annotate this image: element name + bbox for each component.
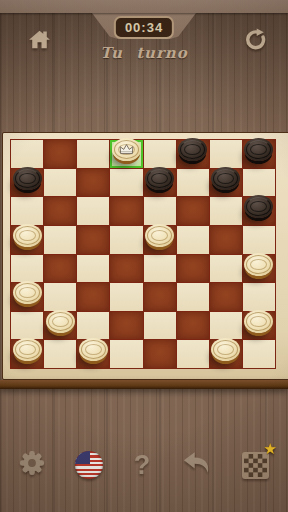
timer-badge: 00:34 <box>114 16 174 39</box>
square-r4-c7[interactable] <box>243 255 275 283</box>
square-r4-c4 <box>144 255 176 283</box>
square-r6-c7[interactable] <box>243 312 275 340</box>
top-strip <box>0 0 288 13</box>
square-r1-c2[interactable] <box>77 169 109 197</box>
square-r5-c1 <box>44 283 76 311</box>
white-man-piece[interactable] <box>211 338 240 361</box>
square-r3-c5 <box>177 226 209 254</box>
square-r1-c5 <box>177 169 209 197</box>
bottom-toolbar: ? ★ <box>0 447 288 483</box>
square-r1-c7 <box>243 169 275 197</box>
square-r4-c5[interactable] <box>177 255 209 283</box>
white-man-piece[interactable] <box>145 224 174 247</box>
new-game-board-button[interactable]: ★ <box>242 452 269 479</box>
checkers-app-screen: 00:34 Tu turno <box>0 0 288 512</box>
black-man-piece[interactable] <box>244 138 273 161</box>
square-r0-c6 <box>210 140 242 168</box>
white-man-piece[interactable] <box>13 281 42 304</box>
white-man-piece[interactable] <box>13 224 42 247</box>
square-r3-c1 <box>44 226 76 254</box>
square-r4-c6 <box>210 255 242 283</box>
square-r0-c1[interactable] <box>44 140 76 168</box>
square-r1-c4[interactable] <box>144 169 176 197</box>
square-r7-c6[interactable] <box>210 340 242 368</box>
gear-icon <box>19 450 45 480</box>
white-king-piece[interactable] <box>112 138 141 161</box>
square-r2-c0 <box>11 197 43 225</box>
square-r6-c6 <box>210 312 242 340</box>
white-man-piece[interactable] <box>46 310 75 333</box>
square-r6-c0 <box>11 312 43 340</box>
black-man-piece[interactable] <box>244 195 273 218</box>
black-man-piece[interactable] <box>178 138 207 161</box>
square-r6-c5[interactable] <box>177 312 209 340</box>
square-r0-c7[interactable] <box>243 140 275 168</box>
white-man-piece[interactable] <box>79 338 108 361</box>
undo-button[interactable] <box>181 450 212 481</box>
square-r4-c0 <box>11 255 43 283</box>
square-r2-c3[interactable] <box>110 197 142 225</box>
board-grid <box>10 139 276 369</box>
square-r4-c2 <box>77 255 109 283</box>
square-r7-c1 <box>44 340 76 368</box>
black-man-piece[interactable] <box>13 167 42 190</box>
us-flag-icon <box>75 451 103 479</box>
white-man-piece[interactable] <box>244 253 273 276</box>
square-r4-c1[interactable] <box>44 255 76 283</box>
square-r3-c7 <box>243 226 275 254</box>
help-button[interactable]: ? <box>134 452 151 479</box>
board <box>2 132 288 380</box>
home-button[interactable] <box>27 28 52 55</box>
square-r3-c0[interactable] <box>11 226 43 254</box>
crown-icon <box>118 143 135 156</box>
square-r7-c3 <box>110 340 142 368</box>
square-r2-c7[interactable] <box>243 197 275 225</box>
square-r2-c2 <box>77 197 109 225</box>
square-r3-c2[interactable] <box>77 226 109 254</box>
square-r5-c6[interactable] <box>210 283 242 311</box>
square-r2-c4 <box>144 197 176 225</box>
square-r2-c5[interactable] <box>177 197 209 225</box>
refresh-icon <box>244 39 269 56</box>
square-r4-c3[interactable] <box>110 255 142 283</box>
square-r7-c5 <box>177 340 209 368</box>
square-r7-c4[interactable] <box>144 340 176 368</box>
square-r7-c0[interactable] <box>11 340 43 368</box>
square-r6-c3[interactable] <box>110 312 142 340</box>
square-r2-c6 <box>210 197 242 225</box>
square-r3-c6[interactable] <box>210 226 242 254</box>
square-r0-c4 <box>144 140 176 168</box>
square-r5-c5 <box>177 283 209 311</box>
square-r3-c3 <box>110 226 142 254</box>
square-r3-c4[interactable] <box>144 226 176 254</box>
settings-button[interactable] <box>19 450 45 480</box>
language-flag-button[interactable] <box>75 451 103 479</box>
square-r7-c2[interactable] <box>77 340 109 368</box>
square-r5-c7 <box>243 283 275 311</box>
square-r6-c4 <box>144 312 176 340</box>
home-icon <box>27 37 52 54</box>
square-r5-c3 <box>110 283 142 311</box>
square-r1-c6[interactable] <box>210 169 242 197</box>
square-r6-c2 <box>77 312 109 340</box>
square-r5-c4[interactable] <box>144 283 176 311</box>
white-man-piece[interactable] <box>13 338 42 361</box>
square-r0-c0 <box>11 140 43 168</box>
square-r1-c3 <box>110 169 142 197</box>
square-r5-c2[interactable] <box>77 283 109 311</box>
star-badge-icon: ★ <box>264 442 277 457</box>
square-r1-c0[interactable] <box>11 169 43 197</box>
white-man-piece[interactable] <box>244 310 273 333</box>
square-r0-c2 <box>77 140 109 168</box>
black-man-piece[interactable] <box>211 167 240 190</box>
refresh-button[interactable] <box>244 27 269 57</box>
square-r7-c7 <box>243 340 275 368</box>
square-r6-c1[interactable] <box>44 312 76 340</box>
board-front-edge <box>0 380 288 389</box>
square-r2-c1[interactable] <box>44 197 76 225</box>
square-r1-c1 <box>44 169 76 197</box>
black-man-piece[interactable] <box>145 167 174 190</box>
undo-arrow-icon <box>181 450 212 481</box>
square-r0-c5[interactable] <box>177 140 209 168</box>
question-mark-icon: ? <box>134 452 151 479</box>
square-r0-c3[interactable] <box>110 140 142 168</box>
square-r5-c0[interactable] <box>11 283 43 311</box>
